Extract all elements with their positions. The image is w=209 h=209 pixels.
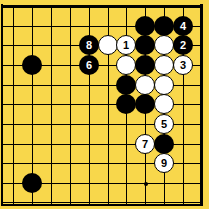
move-number: 7 bbox=[142, 139, 148, 150]
black-stone bbox=[116, 94, 136, 114]
white-stone-move-1: 1 bbox=[116, 35, 136, 55]
move-number: 9 bbox=[161, 158, 167, 169]
move-number: 1 bbox=[123, 40, 129, 51]
black-stone-move-8: 8 bbox=[79, 35, 99, 55]
black-stone bbox=[135, 16, 155, 36]
black-stone-move-4: 4 bbox=[173, 16, 193, 36]
white-stone bbox=[154, 75, 174, 95]
board-edge-right bbox=[200, 4, 203, 206]
go-board: 481263579 bbox=[0, 0, 209, 209]
black-stone bbox=[154, 134, 174, 154]
go-diagram: 481263579 bbox=[0, 0, 209, 209]
white-stone-move-7: 7 bbox=[135, 134, 155, 154]
frame-left bbox=[1, 4, 3, 206]
white-stone bbox=[135, 75, 155, 95]
move-number: 6 bbox=[86, 60, 92, 71]
grid-vline bbox=[13, 5, 14, 205]
star-point bbox=[144, 182, 148, 186]
move-number: 8 bbox=[86, 40, 92, 51]
black-stone bbox=[135, 94, 155, 114]
white-stone-move-3: 3 bbox=[173, 55, 193, 75]
black-stone-move-2: 2 bbox=[173, 35, 193, 55]
move-number: 4 bbox=[180, 21, 186, 32]
white-stone bbox=[154, 55, 174, 75]
black-stone bbox=[116, 75, 136, 95]
black-stone bbox=[135, 35, 155, 55]
black-stone bbox=[22, 173, 42, 193]
white-stone bbox=[154, 94, 174, 114]
black-stone bbox=[135, 55, 155, 75]
black-stone bbox=[22, 55, 42, 75]
white-stone bbox=[98, 35, 118, 55]
white-stone-move-5: 5 bbox=[154, 114, 174, 134]
move-number: 2 bbox=[180, 40, 186, 51]
white-stone bbox=[154, 35, 174, 55]
white-stone bbox=[116, 55, 136, 75]
move-number: 5 bbox=[161, 119, 167, 130]
white-stone-move-9: 9 bbox=[154, 153, 174, 173]
black-stone-move-6: 6 bbox=[79, 55, 99, 75]
move-number: 3 bbox=[180, 60, 186, 71]
grid-vline bbox=[51, 5, 52, 205]
black-stone bbox=[154, 16, 174, 36]
grid-vline bbox=[70, 5, 71, 205]
